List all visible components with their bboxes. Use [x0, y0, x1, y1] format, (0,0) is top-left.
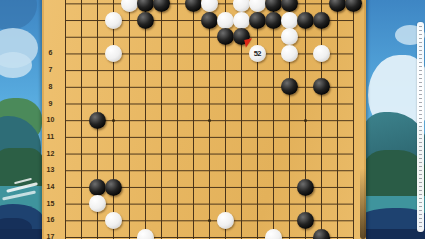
- row-label: 17: [44, 233, 57, 239]
- black-stone: [297, 12, 314, 29]
- white-stone: [313, 45, 330, 62]
- white-stone: [281, 12, 298, 29]
- black-stone: [297, 212, 314, 229]
- black-stone: [345, 0, 362, 12]
- black-stone: [89, 179, 106, 196]
- black-stone: [265, 12, 282, 29]
- white-stone: [105, 212, 122, 229]
- white-stone: 52: [249, 45, 266, 62]
- white-stone: [281, 28, 298, 45]
- black-stone: [89, 112, 106, 129]
- white-stone: [217, 212, 234, 229]
- black-stone: [249, 12, 266, 29]
- star-point: [112, 119, 115, 122]
- star-point: [208, 219, 211, 222]
- white-stone: [105, 45, 122, 62]
- row-label: 13: [44, 166, 57, 174]
- black-stone: [201, 12, 218, 29]
- row-label: 10: [44, 116, 57, 124]
- white-stone: [105, 12, 122, 29]
- row-label: 8: [44, 83, 57, 91]
- black-stone: [297, 179, 314, 196]
- white-stone: [233, 12, 250, 29]
- row-label: 6: [44, 49, 57, 57]
- row-label: 11: [44, 133, 57, 141]
- last-move-flag-icon: [244, 38, 253, 47]
- row-label: 14: [44, 183, 57, 191]
- black-stone: [105, 179, 122, 196]
- black-stone: [217, 28, 234, 45]
- scrollbar-ticks: [419, 26, 422, 228]
- row-label: 7: [44, 66, 57, 74]
- black-stone: [313, 78, 330, 95]
- row-label: 9: [44, 100, 57, 108]
- row-label: 15: [44, 200, 57, 208]
- black-stone: [137, 12, 154, 29]
- star-point: [304, 119, 307, 122]
- go-app-screen: 6789101112131415161752: [0, 0, 425, 239]
- row-label: 16: [44, 216, 57, 224]
- star-point: [208, 119, 211, 122]
- row-label: 12: [44, 150, 57, 158]
- white-stone: [217, 12, 234, 29]
- board-edge-shadow: [360, 168, 366, 239]
- move-number-badge: 52: [249, 45, 266, 62]
- white-stone: [89, 195, 106, 212]
- black-stone: [281, 78, 298, 95]
- white-stone: [281, 45, 298, 62]
- right-edge-scrollbar-strip[interactable]: [417, 22, 424, 232]
- black-stone: [313, 12, 330, 29]
